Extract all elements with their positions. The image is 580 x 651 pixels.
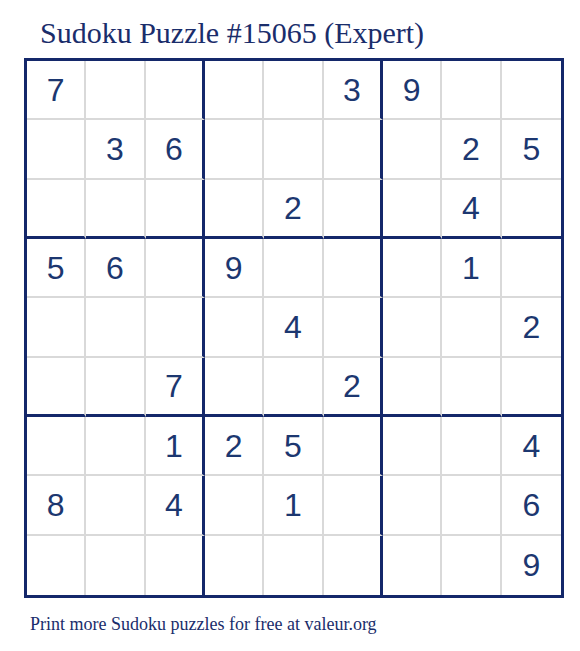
sudoku-cell-r1c2[interactable] — [86, 61, 145, 120]
sudoku-cell-r5c2[interactable] — [86, 298, 145, 357]
sudoku-cell-r3c1[interactable] — [27, 180, 86, 239]
sudoku-cell-r2c6[interactable] — [324, 120, 383, 179]
sudoku-cell-r1c7[interactable]: 9 — [383, 61, 442, 120]
sudoku-cell-r3c7[interactable] — [383, 180, 442, 239]
sudoku-cell-r5c9[interactable]: 2 — [502, 298, 561, 357]
sudoku-cell-r2c2[interactable]: 3 — [86, 120, 145, 179]
sudoku-cell-r3c6[interactable] — [324, 180, 383, 239]
sudoku-cell-r4c5[interactable] — [264, 239, 323, 298]
sudoku-cell-r5c5[interactable]: 4 — [264, 298, 323, 357]
sudoku-cell-r2c1[interactable] — [27, 120, 86, 179]
sudoku-cell-r9c5[interactable] — [264, 536, 323, 595]
sudoku-cell-r4c8[interactable]: 1 — [442, 239, 501, 298]
sudoku-cell-r3c9[interactable] — [502, 180, 561, 239]
sudoku-cell-r7c4[interactable]: 2 — [205, 417, 264, 476]
sudoku-board: 73936252456914272125484169 — [24, 58, 564, 598]
sudoku-cell-r9c8[interactable] — [442, 536, 501, 595]
sudoku-cell-r6c2[interactable] — [86, 358, 145, 417]
sudoku-cell-r1c5[interactable] — [264, 61, 323, 120]
sudoku-cell-r6c9[interactable] — [502, 358, 561, 417]
sudoku-cell-r4c4[interactable]: 9 — [205, 239, 264, 298]
sudoku-cell-r6c3[interactable]: 7 — [146, 358, 205, 417]
sudoku-cell-r3c4[interactable] — [205, 180, 264, 239]
sudoku-cell-r8c7[interactable] — [383, 476, 442, 535]
sudoku-cell-r8c5[interactable]: 1 — [264, 476, 323, 535]
sudoku-cell-r5c6[interactable] — [324, 298, 383, 357]
sudoku-cell-r1c6[interactable]: 3 — [324, 61, 383, 120]
sudoku-cell-r6c4[interactable] — [205, 358, 264, 417]
sudoku-cell-r3c3[interactable] — [146, 180, 205, 239]
sudoku-cell-r4c9[interactable] — [502, 239, 561, 298]
sudoku-cell-r2c8[interactable]: 2 — [442, 120, 501, 179]
sudoku-cell-r6c7[interactable] — [383, 358, 442, 417]
sudoku-cell-r7c3[interactable]: 1 — [146, 417, 205, 476]
sudoku-cell-r2c4[interactable] — [205, 120, 264, 179]
sudoku-cell-r2c5[interactable] — [264, 120, 323, 179]
puzzle-title: Sudoku Puzzle #15065 (Expert) — [40, 16, 424, 50]
sudoku-cell-r9c4[interactable] — [205, 536, 264, 595]
sudoku-cell-r4c3[interactable] — [146, 239, 205, 298]
sudoku-cell-r5c3[interactable] — [146, 298, 205, 357]
sudoku-cell-r2c7[interactable] — [383, 120, 442, 179]
sudoku-cell-r8c9[interactable]: 6 — [502, 476, 561, 535]
sudoku-cell-r5c8[interactable] — [442, 298, 501, 357]
sudoku-cell-r5c4[interactable] — [205, 298, 264, 357]
sudoku-cell-r5c7[interactable] — [383, 298, 442, 357]
sudoku-cell-r6c5[interactable] — [264, 358, 323, 417]
sudoku-cell-r5c1[interactable] — [27, 298, 86, 357]
sudoku-cell-r8c8[interactable] — [442, 476, 501, 535]
sudoku-cell-r8c2[interactable] — [86, 476, 145, 535]
sudoku-cell-r2c9[interactable]: 5 — [502, 120, 561, 179]
footer-text: Print more Sudoku puzzles for free at va… — [30, 614, 377, 635]
sudoku-cell-r4c7[interactable] — [383, 239, 442, 298]
sudoku-cell-r9c7[interactable] — [383, 536, 442, 595]
sudoku-cell-r9c6[interactable] — [324, 536, 383, 595]
sudoku-cell-r7c6[interactable] — [324, 417, 383, 476]
sudoku-cell-r7c9[interactable]: 4 — [502, 417, 561, 476]
sudoku-cell-r7c7[interactable] — [383, 417, 442, 476]
sudoku-cell-r7c8[interactable] — [442, 417, 501, 476]
sudoku-cell-r9c2[interactable] — [86, 536, 145, 595]
sudoku-cell-r1c8[interactable] — [442, 61, 501, 120]
sudoku-cell-r8c4[interactable] — [205, 476, 264, 535]
sudoku-cell-r6c8[interactable] — [442, 358, 501, 417]
sudoku-cell-r2c3[interactable]: 6 — [146, 120, 205, 179]
sudoku-cell-r1c4[interactable] — [205, 61, 264, 120]
sudoku-cell-r1c3[interactable] — [146, 61, 205, 120]
sudoku-cell-r3c2[interactable] — [86, 180, 145, 239]
sudoku-cell-r7c1[interactable] — [27, 417, 86, 476]
sudoku-cell-r3c5[interactable]: 2 — [264, 180, 323, 239]
sudoku-cell-r4c6[interactable] — [324, 239, 383, 298]
sudoku-cell-r4c2[interactable]: 6 — [86, 239, 145, 298]
sudoku-cell-r4c1[interactable]: 5 — [27, 239, 86, 298]
sudoku-cell-r6c1[interactable] — [27, 358, 86, 417]
sudoku-cell-r3c8[interactable]: 4 — [442, 180, 501, 239]
sudoku-cell-r8c6[interactable] — [324, 476, 383, 535]
sudoku-cell-r8c1[interactable]: 8 — [27, 476, 86, 535]
sudoku-cell-r1c1[interactable]: 7 — [27, 61, 86, 120]
sudoku-cell-r8c3[interactable]: 4 — [146, 476, 205, 535]
sudoku-cell-r7c5[interactable]: 5 — [264, 417, 323, 476]
sudoku-cell-r6c6[interactable]: 2 — [324, 358, 383, 417]
sudoku-cell-r9c3[interactable] — [146, 536, 205, 595]
sudoku-cell-r9c1[interactable] — [27, 536, 86, 595]
sudoku-cell-r7c2[interactable] — [86, 417, 145, 476]
sudoku-cell-r1c9[interactable] — [502, 61, 561, 120]
sudoku-cell-r9c9[interactable]: 9 — [502, 536, 561, 595]
